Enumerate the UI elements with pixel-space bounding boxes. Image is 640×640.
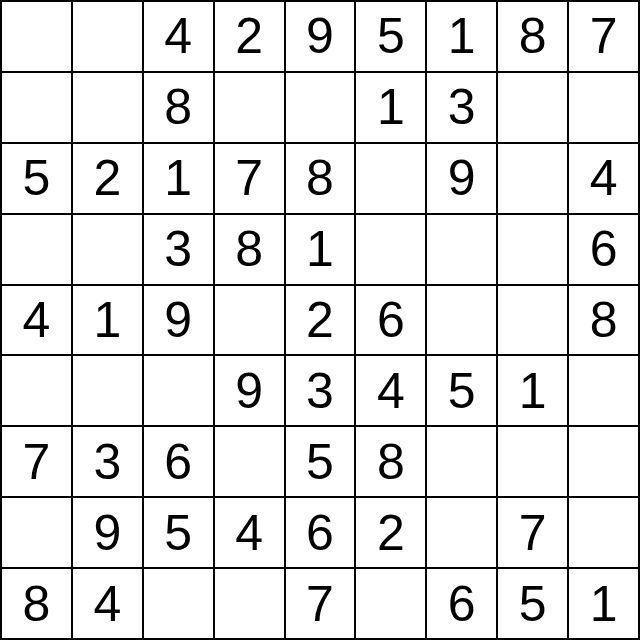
cell-r3c2[interactable]: 2 — [73, 144, 142, 213]
cell-r9c7[interactable]: 6 — [427, 569, 496, 638]
cell-r5c8[interactable] — [498, 286, 567, 355]
cell-r8c7[interactable] — [427, 498, 496, 567]
cell-r6c4[interactable]: 9 — [215, 356, 284, 425]
cell-r4c4[interactable]: 8 — [215, 215, 284, 284]
cell-r8c1[interactable] — [2, 498, 71, 567]
cell-r9c6[interactable] — [356, 569, 425, 638]
cell-r2c5[interactable] — [286, 73, 355, 142]
cell-r5c1[interactable]: 4 — [2, 286, 71, 355]
cell-r6c3[interactable] — [144, 356, 213, 425]
cell-r3c9[interactable]: 4 — [569, 144, 638, 213]
cell-r7c9[interactable] — [569, 427, 638, 496]
cell-r2c4[interactable] — [215, 73, 284, 142]
sudoku-page: 4295187813521789438164192689345173658954… — [0, 0, 640, 640]
cell-r2c3[interactable]: 8 — [144, 73, 213, 142]
cell-r6c5[interactable]: 3 — [286, 356, 355, 425]
cell-r7c5[interactable]: 5 — [286, 427, 355, 496]
cell-r7c3[interactable]: 6 — [144, 427, 213, 496]
cell-r1c6[interactable]: 5 — [356, 2, 425, 71]
cell-r8c2[interactable]: 9 — [73, 498, 142, 567]
cell-r8c6[interactable]: 2 — [356, 498, 425, 567]
cell-r3c1[interactable]: 5 — [2, 144, 71, 213]
cell-r7c2[interactable]: 3 — [73, 427, 142, 496]
cell-r8c4[interactable]: 4 — [215, 498, 284, 567]
sudoku-board: 4295187813521789438164192689345173658954… — [0, 0, 640, 640]
cell-r7c7[interactable] — [427, 427, 496, 496]
cell-r7c8[interactable] — [498, 427, 567, 496]
cell-r8c8[interactable]: 7 — [498, 498, 567, 567]
cell-r3c6[interactable] — [356, 144, 425, 213]
cell-r6c9[interactable] — [569, 356, 638, 425]
cell-r9c4[interactable] — [215, 569, 284, 638]
cell-r4c3[interactable]: 3 — [144, 215, 213, 284]
cell-r5c4[interactable] — [215, 286, 284, 355]
cell-r8c9[interactable] — [569, 498, 638, 567]
cell-r3c8[interactable] — [498, 144, 567, 213]
cell-r1c8[interactable]: 8 — [498, 2, 567, 71]
cell-r6c8[interactable]: 1 — [498, 356, 567, 425]
cell-r9c5[interactable]: 7 — [286, 569, 355, 638]
cell-r1c1[interactable] — [2, 2, 71, 71]
cell-r6c1[interactable] — [2, 356, 71, 425]
cell-r5c6[interactable]: 6 — [356, 286, 425, 355]
cell-r1c2[interactable] — [73, 2, 142, 71]
cell-r5c9[interactable]: 8 — [569, 286, 638, 355]
cell-r4c6[interactable] — [356, 215, 425, 284]
cell-r8c3[interactable]: 5 — [144, 498, 213, 567]
cell-r4c8[interactable] — [498, 215, 567, 284]
cell-r9c9[interactable]: 1 — [569, 569, 638, 638]
cell-r4c7[interactable] — [427, 215, 496, 284]
cell-r9c3[interactable] — [144, 569, 213, 638]
cell-r5c7[interactable] — [427, 286, 496, 355]
cell-r1c4[interactable]: 2 — [215, 2, 284, 71]
cell-r2c6[interactable]: 1 — [356, 73, 425, 142]
cell-r6c7[interactable]: 5 — [427, 356, 496, 425]
cell-r5c5[interactable]: 2 — [286, 286, 355, 355]
cell-r7c1[interactable]: 7 — [2, 427, 71, 496]
cell-r4c1[interactable] — [2, 215, 71, 284]
cell-r1c7[interactable]: 1 — [427, 2, 496, 71]
cell-r4c9[interactable]: 6 — [569, 215, 638, 284]
cell-r2c7[interactable]: 3 — [427, 73, 496, 142]
cell-r9c8[interactable]: 5 — [498, 569, 567, 638]
cell-r8c5[interactable]: 6 — [286, 498, 355, 567]
cell-r2c1[interactable] — [2, 73, 71, 142]
cell-r3c4[interactable]: 7 — [215, 144, 284, 213]
cell-r2c9[interactable] — [569, 73, 638, 142]
cell-r6c2[interactable] — [73, 356, 142, 425]
cell-r7c4[interactable] — [215, 427, 284, 496]
cell-r5c3[interactable]: 9 — [144, 286, 213, 355]
cell-r1c3[interactable]: 4 — [144, 2, 213, 71]
cell-r3c7[interactable]: 9 — [427, 144, 496, 213]
cell-r9c2[interactable]: 4 — [73, 569, 142, 638]
cell-r4c5[interactable]: 1 — [286, 215, 355, 284]
cell-r1c9[interactable]: 7 — [569, 2, 638, 71]
cell-r3c3[interactable]: 1 — [144, 144, 213, 213]
cell-r3c5[interactable]: 8 — [286, 144, 355, 213]
cell-r1c5[interactable]: 9 — [286, 2, 355, 71]
cell-r4c2[interactable] — [73, 215, 142, 284]
cell-r2c2[interactable] — [73, 73, 142, 142]
cell-r9c1[interactable]: 8 — [2, 569, 71, 638]
cell-r6c6[interactable]: 4 — [356, 356, 425, 425]
cell-r2c8[interactable] — [498, 73, 567, 142]
cell-r5c2[interactable]: 1 — [73, 286, 142, 355]
cell-r7c6[interactable]: 8 — [356, 427, 425, 496]
